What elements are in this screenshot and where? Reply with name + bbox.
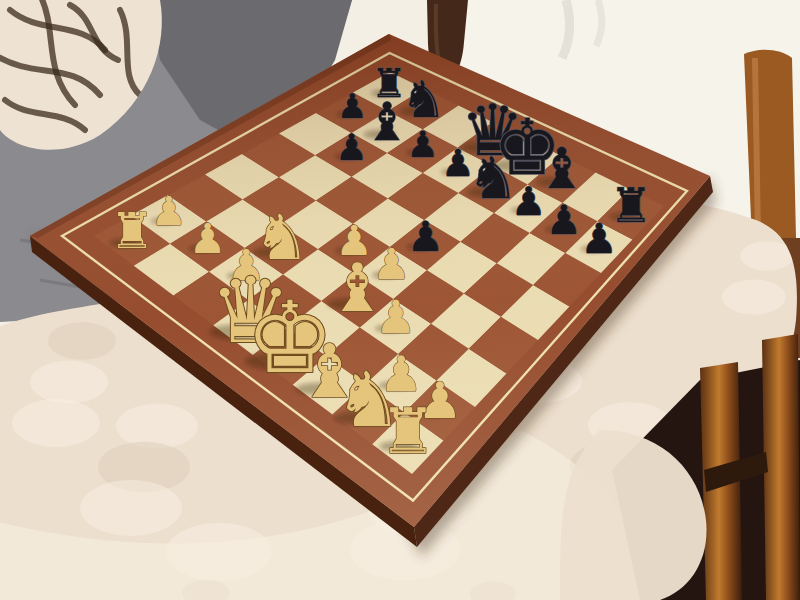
piece-white-pawn-f3: ♟	[375, 290, 416, 344]
piece-black-pawn-g7: ♟	[546, 197, 582, 244]
piece-white-pawn-a2: ♟	[151, 188, 187, 234]
piece-white-rook-h1: ♜	[380, 394, 437, 468]
fur-tuft	[30, 361, 108, 404]
photo-scene: ♜♞♟♝♛♟♟♚♟♝♞♟♜♟♟♜♟♟♟♟♞♟♟♝♟♛♚♟♝♟♞♜	[0, 0, 800, 600]
fur-tuft	[116, 403, 198, 448]
piece-white-pawn-b2: ♟	[189, 215, 226, 263]
piece-black-pawn-f7: ♟	[511, 179, 546, 224]
piece-black-pawn-e5: ♟	[407, 213, 444, 261]
fur-tuft	[48, 322, 116, 359]
fur-tuft	[740, 241, 794, 271]
piece-black-pawn-a7: ♟	[337, 86, 367, 126]
piece-black-pawn-b6: ♟	[335, 126, 368, 169]
piece-black-pawn-c7: ♟	[407, 123, 439, 166]
chair-post	[744, 50, 796, 242]
fur-tuft	[12, 399, 100, 447]
piece-black-bishop-b7: ♝	[364, 91, 411, 152]
chair-post-highlight	[755, 58, 758, 236]
piece-black-pawn-h7: ♟	[581, 215, 618, 263]
chessboard-photograph: ♜♞♟♝♛♟♟♚♟♝♞♟♜♟♟♜♟♟♟♟♞♟♟♝♟♛♚♟♝♟♞♜	[0, 0, 800, 600]
chair-leg-rear	[762, 334, 800, 600]
piece-white-rook-a1: ♜	[110, 202, 155, 260]
fur-tuft	[80, 480, 182, 536]
fur-tuft	[722, 279, 786, 314]
